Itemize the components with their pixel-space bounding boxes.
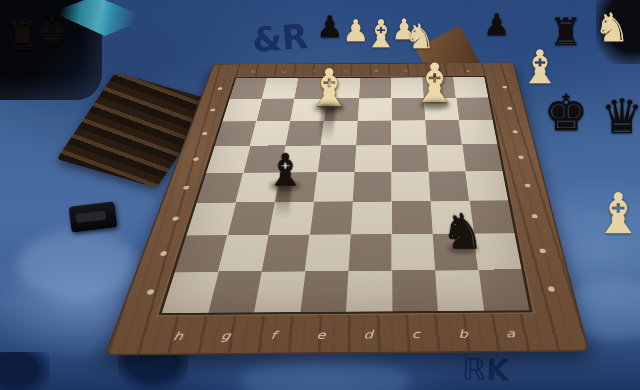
piece-shadow	[448, 245, 478, 254]
file-label-g: g	[200, 329, 250, 342]
offboard-piece-top-right[interactable]: ♛	[600, 92, 640, 140]
offboard-piece-top-right[interactable]: ♝	[593, 186, 640, 242]
file-label-f: f	[248, 329, 298, 342]
carpet-lettering-bottom: ℝK	[461, 351, 509, 388]
carpet-dark-motif	[118, 348, 188, 390]
offboard-piece-top-right[interactable]: ♟	[484, 10, 511, 40]
carpet-swirl	[240, 356, 410, 390]
piece-shadow	[420, 101, 450, 110]
offboard-piece-top-center-white[interactable]: ♞	[405, 19, 435, 53]
file-labels-near: hgfedcba	[152, 327, 535, 343]
file-label-far-d: d	[361, 69, 392, 73]
file-labels-far: hgfedcba	[238, 69, 484, 74]
offboard-piece-top-right[interactable]: ♜	[549, 13, 583, 51]
file-label-h: h	[152, 330, 203, 343]
file-label-d: d	[344, 328, 392, 341]
file-label-far-a: a	[452, 69, 483, 73]
file-label-far-h: h	[238, 70, 270, 74]
offboard-piece-top-left-black[interactable]: ♜	[4, 15, 40, 55]
offboard-piece-top-center-white[interactable]: ♟	[317, 12, 344, 42]
offboard-piece-top-left-black[interactable]: ♚	[36, 13, 68, 49]
chess-clock[interactable]	[69, 201, 118, 232]
offboard-piece-top-right[interactable]: ♚	[544, 88, 589, 138]
file-label-c: c	[392, 328, 440, 341]
photo-scene: &R ℝK hgfedcba hgfedcba ♝♝♝♞ ♜♚♟♟♝♟♞♟♝♜♞…	[0, 0, 640, 390]
file-label-far-g: g	[268, 69, 300, 73]
file-label-far-f: f	[299, 69, 330, 73]
file-label-far-c: c	[391, 69, 422, 73]
carpet-dark-motif	[0, 352, 50, 390]
board-frame: hgfedcba hgfedcba	[107, 63, 587, 354]
file-label-far-b: b	[422, 69, 453, 73]
offboard-piece-top-right[interactable]: ♞	[594, 7, 630, 47]
file-label-b: b	[439, 327, 488, 340]
file-label-far-e: e	[330, 69, 361, 73]
chessboard[interactable]: hgfedcba hgfedcba	[108, 52, 609, 352]
file-label-a: a	[486, 327, 535, 340]
file-label-e: e	[296, 328, 345, 341]
